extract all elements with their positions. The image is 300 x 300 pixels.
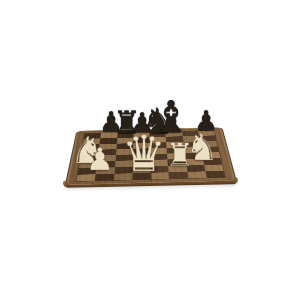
chessboard-product-photo: ♟♜♟♞♝♟♞♟♛♜♞ [0,0,300,300]
chess-piece-white-knight-g3: ♞ [185,129,218,166]
chess-piece-white-queen-d2: ♛ [122,129,167,179]
pieces-layer: ♟♜♟♞♝♟♞♟♛♜♞ [0,0,300,300]
chess-piece-white-pawn-b2: ♟ [86,144,114,175]
